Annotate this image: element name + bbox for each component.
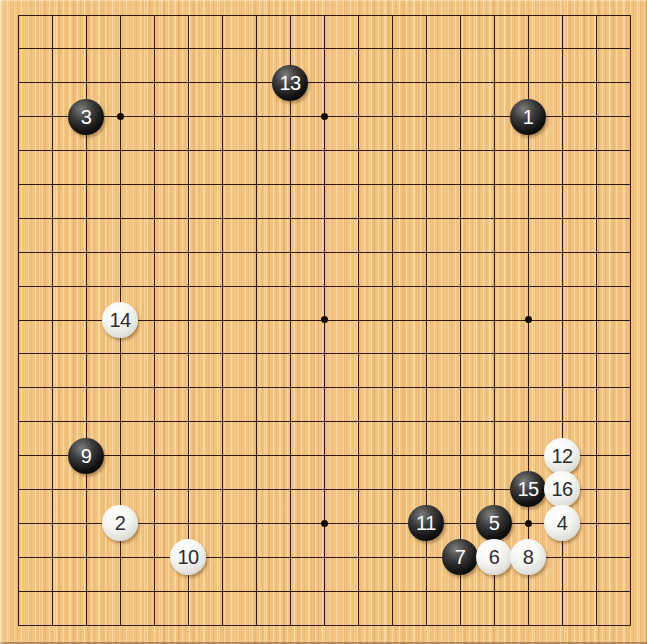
board-cell[interactable]: 8 [511, 540, 545, 574]
board-cell[interactable] [171, 167, 205, 201]
board-cell[interactable] [1, 371, 35, 405]
board-cell[interactable] [307, 540, 341, 574]
board-cell[interactable] [171, 235, 205, 269]
board-cell[interactable] [69, 608, 103, 642]
board-cell[interactable] [307, 201, 341, 235]
board-cell[interactable] [103, 574, 137, 608]
board-cell[interactable] [443, 439, 477, 473]
board-cell[interactable] [205, 32, 239, 66]
board-cell[interactable] [35, 167, 69, 201]
board-cell[interactable] [613, 506, 647, 540]
board-cell[interactable] [307, 303, 341, 337]
board-cell[interactable] [545, 235, 579, 269]
board-cell[interactable] [69, 371, 103, 405]
board-cell[interactable] [171, 439, 205, 473]
board-cell[interactable] [375, 235, 409, 269]
board-cell[interactable] [239, 66, 273, 100]
board-cell[interactable]: 15 [511, 472, 545, 506]
board-cell[interactable] [375, 574, 409, 608]
board-cell[interactable] [35, 269, 69, 303]
board-cell[interactable]: 10 [171, 540, 205, 574]
board-cell[interactable] [273, 269, 307, 303]
board-cell[interactable] [171, 506, 205, 540]
board-cell[interactable] [137, 0, 171, 32]
board-cell[interactable] [307, 337, 341, 371]
board-cell[interactable] [69, 235, 103, 269]
white-stone[interactable]: 4 [544, 505, 580, 541]
black-stone[interactable]: 15 [510, 471, 546, 507]
board-cell[interactable] [443, 608, 477, 642]
board-cell[interactable] [69, 201, 103, 235]
board-cell[interactable] [443, 235, 477, 269]
board-cell[interactable] [239, 506, 273, 540]
board-cell[interactable] [443, 506, 477, 540]
board-cell[interactable] [341, 472, 375, 506]
board-cell[interactable] [273, 540, 307, 574]
board-cell[interactable] [103, 540, 137, 574]
board-cell[interactable] [69, 269, 103, 303]
board-cell[interactable] [511, 0, 545, 32]
board-cell[interactable] [239, 337, 273, 371]
board-cell[interactable] [205, 201, 239, 235]
board-cell[interactable] [579, 574, 613, 608]
board-cell[interactable] [511, 337, 545, 371]
board-cell[interactable] [1, 608, 35, 642]
board-cell[interactable] [205, 540, 239, 574]
board-cell[interactable] [477, 0, 511, 32]
board-cell[interactable] [375, 167, 409, 201]
board-cell[interactable] [307, 472, 341, 506]
board-cell[interactable] [1, 574, 35, 608]
board-cell[interactable] [205, 66, 239, 100]
board-cell[interactable] [35, 201, 69, 235]
board-cell[interactable] [35, 0, 69, 32]
board-cell[interactable] [103, 100, 137, 134]
black-stone[interactable]: 5 [476, 505, 512, 541]
board-cell[interactable] [35, 134, 69, 168]
board-cell[interactable] [171, 303, 205, 337]
board-cell[interactable] [409, 66, 443, 100]
board-cell[interactable] [341, 66, 375, 100]
board-cell[interactable] [477, 32, 511, 66]
board-cell[interactable] [409, 201, 443, 235]
board-cell[interactable] [273, 506, 307, 540]
board-cell[interactable] [1, 405, 35, 439]
board-cell[interactable] [613, 371, 647, 405]
board-cell[interactable] [103, 201, 137, 235]
board-cell[interactable] [1, 134, 35, 168]
board-cell[interactable] [579, 506, 613, 540]
board-cell[interactable] [341, 269, 375, 303]
board-cell[interactable] [35, 439, 69, 473]
board-cell[interactable] [35, 540, 69, 574]
board-cell[interactable] [545, 608, 579, 642]
black-stone[interactable]: 13 [272, 65, 308, 101]
board-cell[interactable] [205, 0, 239, 32]
board-cell[interactable]: 14 [103, 303, 137, 337]
board-cell[interactable] [613, 32, 647, 66]
board-cell[interactable] [579, 337, 613, 371]
board-cell[interactable] [545, 574, 579, 608]
board-cell[interactable] [1, 235, 35, 269]
white-stone[interactable]: 2 [102, 505, 138, 541]
board-cell[interactable] [273, 439, 307, 473]
board-cell[interactable] [579, 66, 613, 100]
board-cell[interactable]: 11 [409, 506, 443, 540]
board-cell[interactable] [137, 235, 171, 269]
board-cell[interactable] [205, 608, 239, 642]
board-cell[interactable] [273, 574, 307, 608]
board-cell[interactable] [579, 303, 613, 337]
white-stone[interactable]: 16 [544, 471, 580, 507]
board-cell[interactable] [1, 201, 35, 235]
board-cell[interactable] [579, 134, 613, 168]
board-cell[interactable] [273, 201, 307, 235]
board-cell[interactable] [1, 303, 35, 337]
board-cell[interactable] [307, 134, 341, 168]
board-cell[interactable] [205, 269, 239, 303]
board-cell[interactable] [35, 337, 69, 371]
board-cell[interactable] [545, 337, 579, 371]
board-cell[interactable] [69, 540, 103, 574]
board-cell[interactable] [341, 371, 375, 405]
board-cell[interactable] [375, 201, 409, 235]
board-cell[interactable] [409, 100, 443, 134]
board-cell[interactable] [477, 269, 511, 303]
board-cell[interactable] [443, 371, 477, 405]
board-cell[interactable] [171, 574, 205, 608]
board-cell[interactable] [103, 134, 137, 168]
board-cell[interactable] [239, 0, 273, 32]
board-cell[interactable] [239, 269, 273, 303]
board-cell[interactable] [35, 303, 69, 337]
board-cell[interactable] [409, 303, 443, 337]
board-cell[interactable] [171, 201, 205, 235]
board-cell[interactable] [137, 201, 171, 235]
black-stone[interactable]: 9 [68, 438, 104, 474]
board-cell[interactable] [69, 405, 103, 439]
board-cell[interactable] [273, 405, 307, 439]
board-cell[interactable] [171, 405, 205, 439]
black-stone[interactable]: 7 [442, 539, 478, 575]
board-cell[interactable] [307, 0, 341, 32]
board-cell[interactable] [545, 134, 579, 168]
board-cell[interactable] [137, 303, 171, 337]
board-cell[interactable] [375, 337, 409, 371]
board-cell[interactable] [477, 405, 511, 439]
board-cell[interactable] [137, 371, 171, 405]
board-cell[interactable] [307, 608, 341, 642]
board-cell[interactable] [69, 32, 103, 66]
board-cell[interactable] [545, 269, 579, 303]
board-cell[interactable] [443, 405, 477, 439]
board-cell[interactable] [239, 32, 273, 66]
board-cell[interactable] [511, 66, 545, 100]
board-cell[interactable] [477, 167, 511, 201]
board-cell[interactable] [443, 574, 477, 608]
board-cell[interactable] [477, 66, 511, 100]
board-cell[interactable] [511, 167, 545, 201]
board-cell[interactable] [443, 472, 477, 506]
board-cell[interactable] [545, 371, 579, 405]
board-cell[interactable] [443, 134, 477, 168]
board-cell[interactable] [613, 269, 647, 303]
board-cell[interactable] [545, 167, 579, 201]
board-cell[interactable] [205, 472, 239, 506]
board-cell[interactable] [477, 574, 511, 608]
board-cell[interactable] [69, 134, 103, 168]
board-cell[interactable] [307, 439, 341, 473]
board-cell[interactable] [69, 506, 103, 540]
board-cell[interactable] [409, 32, 443, 66]
board-cell[interactable] [613, 66, 647, 100]
board-cell[interactable] [273, 608, 307, 642]
board-cell[interactable] [171, 608, 205, 642]
board-cell[interactable] [35, 405, 69, 439]
board-cell[interactable] [307, 235, 341, 269]
board-cell[interactable] [341, 608, 375, 642]
board-cell[interactable] [239, 303, 273, 337]
board-cell[interactable] [443, 201, 477, 235]
board-cell[interactable] [137, 100, 171, 134]
board-cell[interactable] [273, 337, 307, 371]
board-cell[interactable] [35, 100, 69, 134]
board-cell[interactable] [545, 303, 579, 337]
board-cell[interactable] [171, 134, 205, 168]
board-cell[interactable] [341, 540, 375, 574]
board-cell[interactable] [1, 100, 35, 134]
board-cell[interactable] [613, 540, 647, 574]
board-cell[interactable] [103, 66, 137, 100]
board-cell[interactable] [409, 439, 443, 473]
board-cell[interactable] [409, 134, 443, 168]
board-cell[interactable] [205, 574, 239, 608]
board-cell[interactable] [103, 371, 137, 405]
board-cell[interactable] [35, 32, 69, 66]
board-cell[interactable] [613, 134, 647, 168]
board-cell[interactable] [613, 100, 647, 134]
board-cell[interactable] [579, 405, 613, 439]
board-cell[interactable] [205, 303, 239, 337]
board-cell[interactable] [239, 439, 273, 473]
board-cell[interactable] [137, 405, 171, 439]
board-cell[interactable] [375, 0, 409, 32]
board-cell[interactable] [35, 235, 69, 269]
board-cell[interactable] [307, 167, 341, 201]
board-cell[interactable]: 5 [477, 506, 511, 540]
black-stone[interactable]: 3 [68, 99, 104, 135]
board-cell[interactable] [511, 439, 545, 473]
board-cell[interactable] [341, 201, 375, 235]
board-cell[interactable] [35, 608, 69, 642]
board-cell[interactable] [137, 134, 171, 168]
board-cell[interactable] [307, 506, 341, 540]
board-cell[interactable]: 9 [69, 439, 103, 473]
board-cell[interactable] [375, 540, 409, 574]
board-cell[interactable] [579, 269, 613, 303]
board-cell[interactable] [613, 439, 647, 473]
board-cell[interactable] [477, 235, 511, 269]
white-stone[interactable]: 12 [544, 438, 580, 474]
board-cell[interactable] [375, 303, 409, 337]
board-cell[interactable] [545, 201, 579, 235]
board-cell[interactable] [205, 337, 239, 371]
board-cell[interactable] [511, 134, 545, 168]
board-cell[interactable] [375, 405, 409, 439]
board-cell[interactable] [511, 405, 545, 439]
board-cell[interactable] [409, 608, 443, 642]
board-cell[interactable] [239, 100, 273, 134]
board-cell[interactable] [239, 167, 273, 201]
board-cell[interactable] [579, 235, 613, 269]
board-cell[interactable] [409, 574, 443, 608]
board-cell[interactable] [205, 439, 239, 473]
board-cell[interactable] [239, 405, 273, 439]
board-cell[interactable] [273, 0, 307, 32]
board-cell[interactable]: 2 [103, 506, 137, 540]
board-cell[interactable] [341, 405, 375, 439]
board-cell[interactable] [35, 371, 69, 405]
board-cell[interactable] [1, 66, 35, 100]
white-stone[interactable]: 14 [102, 302, 138, 338]
board-cell[interactable] [35, 66, 69, 100]
board-cell[interactable] [307, 32, 341, 66]
board-cell[interactable] [511, 371, 545, 405]
board-cell[interactable] [613, 201, 647, 235]
board-cell[interactable] [375, 134, 409, 168]
board-cell[interactable] [69, 303, 103, 337]
board-cell[interactable] [273, 134, 307, 168]
white-stone[interactable]: 8 [510, 539, 546, 575]
board-cell[interactable] [613, 167, 647, 201]
board-cell[interactable] [307, 371, 341, 405]
board-cell[interactable] [137, 269, 171, 303]
board-cell[interactable] [205, 405, 239, 439]
board-cell[interactable] [239, 235, 273, 269]
board-cell[interactable] [103, 405, 137, 439]
board-cell[interactable] [171, 66, 205, 100]
board-cell[interactable] [273, 371, 307, 405]
board-cell[interactable] [443, 167, 477, 201]
board-cell[interactable] [511, 608, 545, 642]
board-cell[interactable] [375, 32, 409, 66]
board-cell[interactable] [1, 337, 35, 371]
board-cell[interactable] [341, 439, 375, 473]
board-cell[interactable] [341, 574, 375, 608]
board-cell[interactable] [239, 371, 273, 405]
board-cell[interactable] [137, 439, 171, 473]
board-cell[interactable] [443, 0, 477, 32]
board-cell[interactable] [409, 0, 443, 32]
board-cell[interactable] [171, 472, 205, 506]
board-cell[interactable] [477, 303, 511, 337]
board-cell[interactable] [613, 574, 647, 608]
board-cell[interactable] [69, 0, 103, 32]
board-cell[interactable] [375, 269, 409, 303]
board-cell[interactable] [341, 337, 375, 371]
board-cell[interactable] [579, 201, 613, 235]
board-cell[interactable] [171, 337, 205, 371]
board-cell[interactable] [579, 472, 613, 506]
board-cell[interactable] [409, 337, 443, 371]
board-cell[interactable] [443, 303, 477, 337]
board-cell[interactable] [579, 100, 613, 134]
board-cell[interactable] [239, 472, 273, 506]
board-cell[interactable] [341, 0, 375, 32]
board-cell[interactable] [103, 32, 137, 66]
board-cell[interactable] [613, 472, 647, 506]
board-cell[interactable] [341, 506, 375, 540]
board-cell[interactable] [273, 472, 307, 506]
board-cell[interactable] [409, 235, 443, 269]
board-cell[interactable] [1, 472, 35, 506]
board-cell[interactable] [375, 66, 409, 100]
board-cell[interactable] [579, 0, 613, 32]
board-cell[interactable] [137, 574, 171, 608]
board-cell[interactable] [307, 100, 341, 134]
board-cell[interactable] [341, 32, 375, 66]
board-cell[interactable] [307, 66, 341, 100]
board-cell[interactable] [545, 32, 579, 66]
board-cell[interactable] [477, 134, 511, 168]
board-cell[interactable] [375, 472, 409, 506]
board-cell[interactable] [171, 0, 205, 32]
board-cell[interactable] [545, 100, 579, 134]
board-cell[interactable] [103, 337, 137, 371]
board-cell[interactable]: 3 [69, 100, 103, 134]
board-cell[interactable] [171, 371, 205, 405]
board-cell[interactable] [579, 32, 613, 66]
board-cell[interactable] [375, 371, 409, 405]
board-cell[interactable] [137, 608, 171, 642]
board-cell[interactable] [69, 472, 103, 506]
board-cell[interactable] [477, 201, 511, 235]
board-cell[interactable] [443, 100, 477, 134]
board-cell[interactable] [307, 405, 341, 439]
board-cell[interactable] [511, 506, 545, 540]
board-cell[interactable] [1, 167, 35, 201]
board-cell[interactable] [613, 608, 647, 642]
board-cell[interactable] [205, 371, 239, 405]
board-cell[interactable] [511, 269, 545, 303]
black-stone[interactable]: 11 [408, 505, 444, 541]
board-cell[interactable] [103, 472, 137, 506]
board-cell[interactable] [137, 506, 171, 540]
board-cell[interactable]: 4 [545, 506, 579, 540]
board-cell[interactable] [273, 235, 307, 269]
board-cell[interactable] [273, 303, 307, 337]
board-cell[interactable] [205, 100, 239, 134]
board-cell[interactable] [171, 32, 205, 66]
board-cell[interactable] [239, 201, 273, 235]
board-cell[interactable]: 6 [477, 540, 511, 574]
board-cell[interactable] [477, 608, 511, 642]
board-cell[interactable] [205, 134, 239, 168]
board-cell[interactable]: 12 [545, 439, 579, 473]
board-cell[interactable] [511, 235, 545, 269]
board-cell[interactable] [511, 303, 545, 337]
board-cell[interactable] [545, 0, 579, 32]
board-cell[interactable] [103, 269, 137, 303]
board-cell[interactable] [579, 608, 613, 642]
board-cell[interactable] [409, 472, 443, 506]
board-cell[interactable]: 16 [545, 472, 579, 506]
board-cell[interactable] [613, 235, 647, 269]
board-cell[interactable] [307, 574, 341, 608]
board-cell[interactable] [545, 405, 579, 439]
board-cell[interactable] [341, 134, 375, 168]
board-cell[interactable] [137, 167, 171, 201]
